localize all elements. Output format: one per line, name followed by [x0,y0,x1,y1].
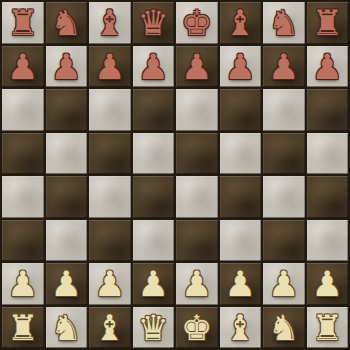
square-f5[interactable] [220,133,262,175]
square-b5[interactable] [46,133,88,175]
square-a6[interactable] [2,89,44,131]
square-d1[interactable]: ♛ [133,307,175,349]
square-c5[interactable] [89,133,131,175]
square-g4[interactable] [263,176,305,218]
square-e3[interactable] [176,220,218,262]
square-d2[interactable]: ♟ [133,263,175,305]
piece-red-pawn[interactable]: ♟ [225,50,256,85]
piece-red-pawn[interactable]: ♟ [94,50,125,85]
square-g6[interactable] [263,89,305,131]
piece-gold-pawn[interactable]: ♟ [94,267,125,302]
square-a4[interactable] [2,176,44,218]
square-f3[interactable] [220,220,262,262]
piece-gold-pawn[interactable]: ♟ [181,267,212,302]
square-e8[interactable]: ♚ [176,2,218,44]
square-c8[interactable]: ♝ [89,2,131,44]
square-e7[interactable]: ♟ [176,46,218,88]
square-h7[interactable]: ♟ [307,46,349,88]
piece-red-pawn[interactable]: ♟ [138,50,169,85]
square-a8[interactable]: ♜ [2,2,44,44]
square-d8[interactable]: ♛ [133,2,175,44]
piece-gold-bishop[interactable]: ♝ [94,311,125,346]
piece-red-rook[interactable]: ♜ [7,6,38,41]
piece-gold-queen[interactable]: ♛ [138,311,169,346]
square-h5[interactable] [307,133,349,175]
piece-red-king[interactable]: ♚ [181,6,212,41]
square-f4[interactable] [220,176,262,218]
square-d6[interactable] [133,89,175,131]
square-c4[interactable] [89,176,131,218]
square-b1[interactable]: ♞ [46,307,88,349]
piece-red-pawn[interactable]: ♟ [51,50,82,85]
piece-gold-bishop[interactable]: ♝ [225,311,256,346]
square-h1[interactable]: ♜ [307,307,349,349]
square-d4[interactable] [133,176,175,218]
chess-board: ♜♞♝♛♚♝♞♜♟♟♟♟♟♟♟♟♟♟♟♟♟♟♟♟♜♞♝♛♚♝♞♜ [0,0,350,350]
piece-red-pawn[interactable]: ♟ [268,50,299,85]
square-g8[interactable]: ♞ [263,2,305,44]
square-f7[interactable]: ♟ [220,46,262,88]
piece-red-knight[interactable]: ♞ [51,6,82,41]
piece-gold-pawn[interactable]: ♟ [7,267,38,302]
square-f2[interactable]: ♟ [220,263,262,305]
piece-gold-pawn[interactable]: ♟ [225,267,256,302]
square-e4[interactable] [176,176,218,218]
square-b8[interactable]: ♞ [46,2,88,44]
square-e2[interactable]: ♟ [176,263,218,305]
square-h6[interactable] [307,89,349,131]
piece-red-pawn[interactable]: ♟ [312,50,343,85]
piece-gold-knight[interactable]: ♞ [51,311,82,346]
piece-gold-pawn[interactable]: ♟ [268,267,299,302]
square-h2[interactable]: ♟ [307,263,349,305]
square-b4[interactable] [46,176,88,218]
square-g1[interactable]: ♞ [263,307,305,349]
piece-red-bishop[interactable]: ♝ [94,6,125,41]
square-b2[interactable]: ♟ [46,263,88,305]
square-g3[interactable] [263,220,305,262]
square-f6[interactable] [220,89,262,131]
square-a7[interactable]: ♟ [2,46,44,88]
square-b7[interactable]: ♟ [46,46,88,88]
piece-gold-knight[interactable]: ♞ [268,311,299,346]
piece-red-pawn[interactable]: ♟ [7,50,38,85]
square-b6[interactable] [46,89,88,131]
piece-gold-king[interactable]: ♚ [181,311,212,346]
square-c6[interactable] [89,89,131,131]
square-h4[interactable] [307,176,349,218]
square-c1[interactable]: ♝ [89,307,131,349]
piece-gold-pawn[interactable]: ♟ [312,267,343,302]
square-c7[interactable]: ♟ [89,46,131,88]
square-a5[interactable] [2,133,44,175]
square-e6[interactable] [176,89,218,131]
square-c2[interactable]: ♟ [89,263,131,305]
square-d7[interactable]: ♟ [133,46,175,88]
square-a3[interactable] [2,220,44,262]
square-a1[interactable]: ♜ [2,307,44,349]
square-d5[interactable] [133,133,175,175]
square-h8[interactable]: ♜ [307,2,349,44]
square-f1[interactable]: ♝ [220,307,262,349]
piece-red-rook[interactable]: ♜ [312,6,343,41]
piece-red-bishop[interactable]: ♝ [225,6,256,41]
square-a2[interactable]: ♟ [2,263,44,305]
square-g7[interactable]: ♟ [263,46,305,88]
piece-red-queen[interactable]: ♛ [138,6,169,41]
square-e1[interactable]: ♚ [176,307,218,349]
square-f8[interactable]: ♝ [220,2,262,44]
square-h3[interactable] [307,220,349,262]
square-e5[interactable] [176,133,218,175]
square-d3[interactable] [133,220,175,262]
piece-gold-rook[interactable]: ♜ [312,311,343,346]
square-b3[interactable] [46,220,88,262]
piece-gold-pawn[interactable]: ♟ [138,267,169,302]
square-g2[interactable]: ♟ [263,263,305,305]
square-g5[interactable] [263,133,305,175]
piece-gold-rook[interactable]: ♜ [7,311,38,346]
piece-gold-pawn[interactable]: ♟ [51,267,82,302]
square-c3[interactable] [89,220,131,262]
piece-red-pawn[interactable]: ♟ [181,50,212,85]
piece-red-knight[interactable]: ♞ [268,6,299,41]
